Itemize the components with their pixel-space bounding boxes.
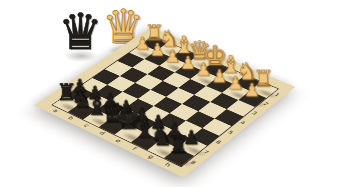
white-pawn-c2[interactable]: ♟ (165, 48, 181, 65)
white-pawn-f2[interactable]: ♟ (211, 68, 227, 86)
extra-black-queen[interactable]: ♛ (58, 7, 103, 57)
white-pawn-h2[interactable]: ♟ (244, 81, 260, 99)
white-pawn-e2[interactable]: ♟ (196, 61, 212, 79)
rank-label-7: 7 (197, 146, 213, 158)
white-pawn-b2[interactable]: ♟ (150, 41, 165, 58)
rank-label-6: 6 (210, 137, 226, 149)
black-rook-h8[interactable]: ♜ (167, 133, 189, 158)
white-pawn-g2[interactable]: ♟ (227, 74, 243, 92)
rank-label-1: 1 (270, 90, 285, 101)
product-photo-scene: ♛ ♛ ♜♞♝♛♚♝♞♜♟♟♟♟♟♟♟♟♟♟♟♟♟♟♟♟♜♞♝♛♚♝♞♜ abc… (0, 0, 350, 187)
white-pawn-d2[interactable]: ♟ (180, 54, 196, 72)
white-pawn-a2[interactable]: ♟ (135, 35, 150, 52)
